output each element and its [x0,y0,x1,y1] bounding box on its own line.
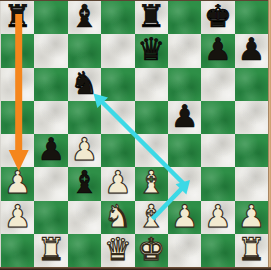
square-e2[interactable]: ♝ [135,201,168,234]
piece-black-rook[interactable]: ♜ [137,1,165,32]
square-a3[interactable]: ♟ [1,167,34,200]
square-b6[interactable] [34,68,67,101]
square-c3[interactable]: ♝ [68,167,101,200]
square-g3[interactable] [201,167,234,200]
square-h8[interactable] [235,1,268,34]
square-a8[interactable]: ♜ [1,1,34,34]
square-h1[interactable]: ♜ [235,234,268,267]
square-b4[interactable]: ♟ [34,134,67,167]
piece-black-pawn[interactable]: ♟ [171,101,199,132]
square-a7[interactable] [1,34,34,67]
piece-black-king[interactable]: ♚ [204,1,232,32]
square-c4[interactable]: ♟ [68,134,101,167]
square-b3[interactable] [34,167,67,200]
square-g1[interactable] [201,234,234,267]
square-e7[interactable]: ♛ [135,34,168,67]
square-h5[interactable] [235,101,268,134]
square-h4[interactable] [235,134,268,167]
square-c1[interactable] [68,234,101,267]
piece-white-bishop[interactable]: ♝ [137,167,165,198]
piece-black-pawn[interactable]: ♟ [237,34,265,65]
piece-white-queen[interactable]: ♛ [104,234,132,265]
board-edge-right [268,0,271,267]
piece-white-pawn[interactable]: ♟ [237,201,265,232]
board-edge-top [0,0,271,1]
piece-white-knight[interactable]: ♞ [104,201,132,232]
square-e5[interactable] [135,101,168,134]
square-b7[interactable] [34,34,67,67]
square-e6[interactable] [135,68,168,101]
piece-white-rook[interactable]: ♜ [237,234,265,265]
square-f3[interactable] [168,167,201,200]
piece-white-pawn[interactable]: ♟ [71,134,99,165]
square-f8[interactable] [168,1,201,34]
square-d1[interactable]: ♛ [101,234,134,267]
square-d8[interactable] [101,1,134,34]
square-c5[interactable] [68,101,101,134]
square-b2[interactable] [34,201,67,234]
square-h2[interactable]: ♟ [235,201,268,234]
board-edge-left [0,1,1,267]
square-a2[interactable]: ♟ [1,201,34,234]
piece-white-king[interactable]: ♚ [137,234,165,265]
square-g2[interactable]: ♟ [201,201,234,234]
square-g6[interactable] [201,68,234,101]
square-h6[interactable] [235,68,268,101]
square-a1[interactable] [1,234,34,267]
square-b1[interactable]: ♜ [34,234,67,267]
piece-black-bishop[interactable]: ♝ [71,167,99,198]
square-d6[interactable] [101,68,134,101]
square-g4[interactable] [201,134,234,167]
square-a4[interactable] [1,134,34,167]
square-c6[interactable]: ♞ [68,68,101,101]
square-a6[interactable] [1,68,34,101]
square-e3[interactable]: ♝ [135,167,168,200]
square-b8[interactable] [34,1,67,34]
square-h3[interactable] [235,167,268,200]
square-e4[interactable] [135,134,168,167]
piece-black-knight[interactable]: ♞ [71,68,99,99]
piece-white-rook[interactable]: ♜ [37,234,65,265]
square-h7[interactable]: ♟ [235,34,268,67]
chess-board-app: ♜♝♜♚♛♟♟♞♟♟♟♟♝♟♝♟♞♝♟♟♟♜♛♚♜ [0,0,271,270]
piece-white-pawn[interactable]: ♟ [171,201,199,232]
square-c7[interactable] [68,34,101,67]
chess-board: ♜♝♜♚♛♟♟♞♟♟♟♟♝♟♝♟♞♝♟♟♟♜♛♚♜ [1,1,268,267]
piece-white-pawn[interactable]: ♟ [104,167,132,198]
square-g5[interactable] [201,101,234,134]
square-d4[interactable] [101,134,134,167]
square-f4[interactable] [168,134,201,167]
piece-black-rook[interactable]: ♜ [4,1,32,32]
square-b5[interactable] [34,101,67,134]
piece-black-pawn[interactable]: ♟ [204,34,232,65]
square-a5[interactable] [1,101,34,134]
square-g7[interactable]: ♟ [201,34,234,67]
square-f5[interactable]: ♟ [168,101,201,134]
square-f1[interactable] [168,234,201,267]
square-e1[interactable]: ♚ [135,234,168,267]
square-f2[interactable]: ♟ [168,201,201,234]
piece-black-bishop[interactable]: ♝ [71,1,99,32]
piece-white-pawn[interactable]: ♟ [204,201,232,232]
square-d3[interactable]: ♟ [101,167,134,200]
square-f7[interactable] [168,34,201,67]
square-d2[interactable]: ♞ [101,201,134,234]
square-d7[interactable] [101,34,134,67]
square-g8[interactable]: ♚ [201,1,234,34]
piece-black-queen[interactable]: ♛ [137,34,165,65]
square-f6[interactable] [168,68,201,101]
square-c2[interactable] [68,201,101,234]
square-e8[interactable]: ♜ [135,1,168,34]
piece-white-pawn[interactable]: ♟ [4,167,32,198]
square-c8[interactable]: ♝ [68,1,101,34]
piece-white-bishop[interactable]: ♝ [137,201,165,232]
square-d5[interactable] [101,101,134,134]
piece-white-pawn[interactable]: ♟ [4,201,32,232]
piece-black-pawn[interactable]: ♟ [37,134,65,165]
